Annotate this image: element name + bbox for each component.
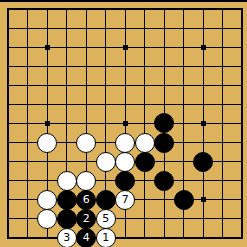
black-stone [135, 152, 155, 172]
star-point [201, 45, 206, 50]
black-stone [154, 133, 174, 153]
black-stone [115, 171, 135, 191]
star-point [201, 121, 206, 126]
white-stone [37, 133, 57, 153]
white-stone [115, 152, 135, 172]
white-stone [76, 171, 96, 191]
go-diagram: 1234567 [0, 0, 247, 247]
black-stone [174, 190, 194, 210]
white-stone [135, 133, 155, 153]
white-stone [37, 209, 57, 229]
star-point [45, 45, 50, 50]
white-stone-move-5: 5 [96, 209, 116, 229]
black-stone [57, 190, 77, 210]
go-board: 1234567 [0, 0, 247, 247]
black-stone [154, 171, 174, 191]
white-stone [37, 190, 57, 210]
black-stone [57, 209, 77, 229]
star-point [123, 45, 128, 50]
black-stone-move-2: 2 [76, 209, 96, 229]
black-stone [154, 113, 174, 133]
grid-line-vertical [144, 8, 145, 239]
grid-line-vertical [241, 8, 243, 239]
black-stone-move-6: 6 [76, 190, 96, 210]
white-stone [115, 133, 135, 153]
white-stone-move-1: 1 [96, 228, 116, 247]
star-point [123, 121, 128, 126]
white-stone-move-3: 3 [57, 228, 77, 247]
star-point [201, 197, 206, 202]
white-stone [57, 171, 77, 191]
black-stone [193, 152, 213, 172]
star-point [45, 121, 50, 126]
white-stone [96, 152, 116, 172]
white-stone [76, 133, 96, 153]
black-stone-move-4: 4 [76, 228, 96, 247]
grid-line-horizontal [7, 237, 243, 239]
white-stone-move-7: 7 [115, 190, 135, 210]
black-stone [96, 190, 116, 210]
grid-line-vertical [222, 8, 223, 239]
